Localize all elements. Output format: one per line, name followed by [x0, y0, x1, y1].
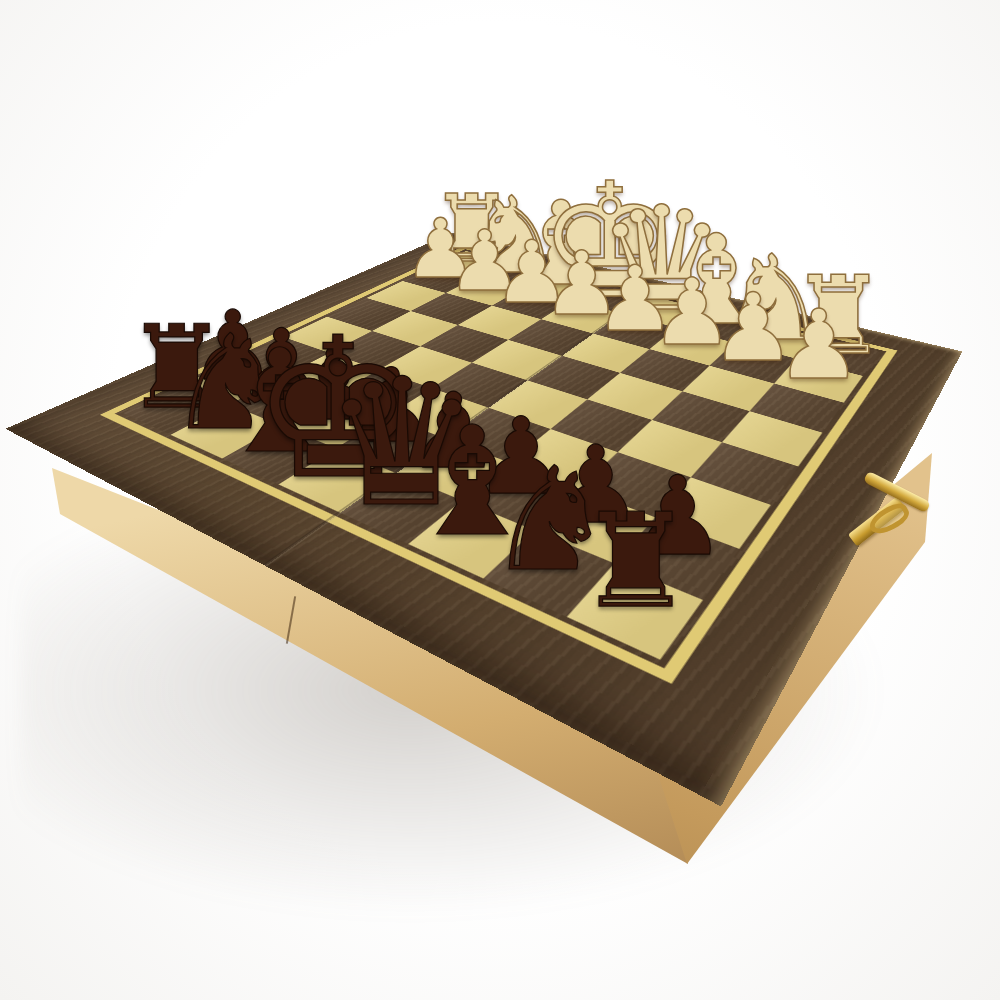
piece-white-pawn-a2[interactable]: ♟: [776, 297, 862, 393]
clasp-latch: [842, 480, 952, 580]
piece-black-rook-a8[interactable]: ♜: [577, 496, 694, 626]
white-pawn-icon: ♟: [776, 297, 862, 393]
black-rook-icon: ♜: [577, 496, 694, 626]
chess-set-photo: ♜♞♝♛♚♝♞♜♟♟♟♟♟♟♟♟♟♟♟♟♟♟♟♟♜♞♝♛♚♝♞♜: [0, 0, 1000, 1000]
